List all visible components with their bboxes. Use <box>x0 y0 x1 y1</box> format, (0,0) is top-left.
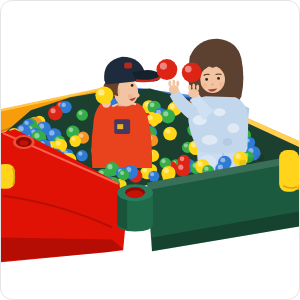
ball <box>148 171 159 182</box>
ball-highlight <box>120 171 124 175</box>
ball <box>76 109 88 121</box>
ball <box>48 106 63 121</box>
right-yellow-corner-post <box>279 150 299 192</box>
ball-highlight <box>107 164 112 169</box>
ball-highlight <box>161 159 165 163</box>
boy-yellow-ball <box>95 86 113 104</box>
ball-highlight <box>220 158 225 163</box>
ball <box>118 169 129 180</box>
girl-eye-left <box>205 78 208 81</box>
ball-highlight <box>148 116 153 121</box>
ball-highlight <box>150 172 154 176</box>
ball-highlight <box>71 137 75 141</box>
ball-highlight <box>61 103 65 107</box>
ball-highlight <box>69 127 74 132</box>
boy-eye <box>131 84 134 87</box>
ball <box>69 135 81 147</box>
ball <box>176 162 191 177</box>
girl-red-ball-2 <box>182 63 202 83</box>
ball-highlight <box>184 143 188 147</box>
boy-cap-logo <box>124 63 132 69</box>
ball-highlight <box>163 111 168 116</box>
ball-highlight <box>34 133 39 138</box>
ball-highlight <box>218 165 223 170</box>
ball-highlight <box>78 152 82 156</box>
front-green-corner-post <box>117 184 153 231</box>
girl-red-ball-1 <box>156 59 177 80</box>
ball-highlight <box>164 168 169 173</box>
ball-highlight <box>180 157 185 162</box>
ball-highlight <box>18 126 23 131</box>
ball-highlight <box>165 129 170 134</box>
ball-highlight <box>49 130 54 135</box>
ball-highlight <box>143 168 148 173</box>
left-yellow-corner-post <box>1 164 15 189</box>
product-photo-ball-pit[interactable] <box>0 0 300 300</box>
ball-highlight <box>204 166 208 170</box>
ball-highlight <box>170 104 175 109</box>
ball-highlight <box>150 103 155 108</box>
ball <box>76 150 87 161</box>
ball-highlight <box>50 108 55 113</box>
ball-highlight <box>56 141 61 146</box>
ball <box>161 109 175 123</box>
ball <box>163 127 177 141</box>
ball-highlight <box>178 165 183 170</box>
ball-pit-scene <box>1 1 299 299</box>
ball-highlight <box>198 161 203 166</box>
ball-highlight <box>78 111 82 115</box>
girl-eye-right <box>217 77 220 80</box>
girl-face <box>200 66 225 93</box>
ball-highlight <box>236 153 241 158</box>
